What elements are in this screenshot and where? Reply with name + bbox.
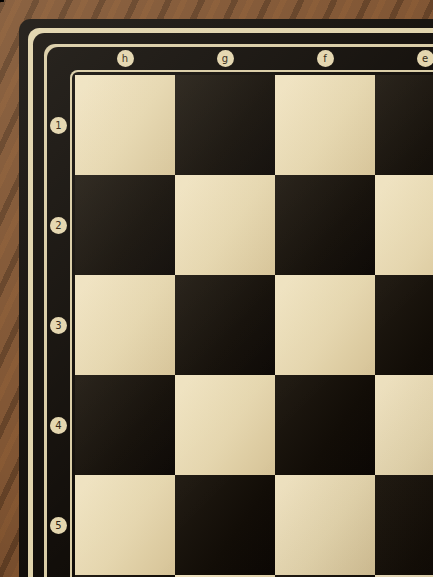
piece-black-rook-h8[interactable]: ♜ — [0, 0, 5, 4]
chess-set-photo: 1122334455667788hhggffeeddccbbaa ♜♞♝♚♛♝♞… — [0, 0, 433, 577]
pieces-layer: ♜♞♝♚♛♝♞♜♟♟♟♟♟♟♟♟♟♟♟♟♟♟♟♟♜♞♝♚♛♝♞♜ — [0, 0, 433, 577]
